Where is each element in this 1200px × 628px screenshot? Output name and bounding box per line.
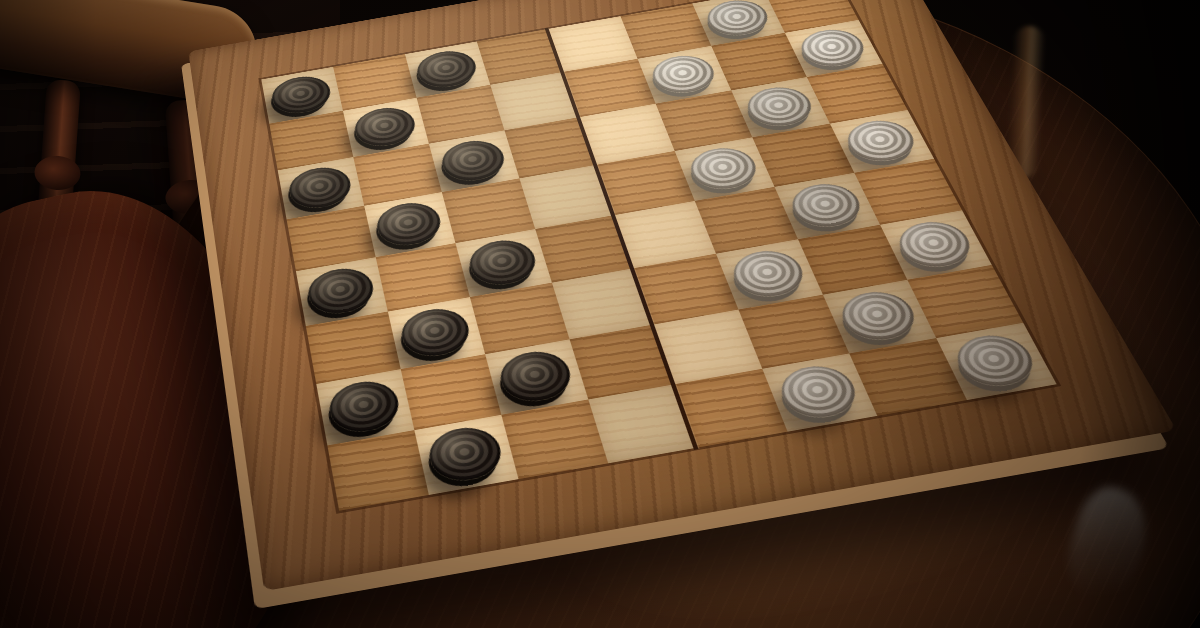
checker-dark-r3c1[interactable]: [286, 163, 354, 212]
checker-light-r2c8[interactable]: [794, 26, 871, 71]
checker-light-r6c8[interactable]: [891, 217, 979, 272]
checker-light-r7c7[interactable]: [834, 287, 924, 345]
checker-light-r4c6[interactable]: [684, 144, 763, 194]
checker-light-r4c8[interactable]: [840, 116, 922, 166]
checker-dark-r8c2[interactable]: [424, 423, 506, 486]
checker-dark-r4c2[interactable]: [373, 199, 445, 250]
checker-dark-r5c3[interactable]: [465, 236, 541, 290]
checker-dark-r1c3[interactable]: [413, 47, 480, 91]
checker-dark-r3c3[interactable]: [438, 136, 510, 185]
checker-light-r1c7[interactable]: [701, 0, 774, 40]
checker-dark-r7c1[interactable]: [326, 377, 403, 437]
square-r8c1[interactable]: [327, 430, 428, 511]
checker-dark-r7c3[interactable]: [495, 347, 576, 407]
checker-light-r2c6[interactable]: [647, 52, 721, 98]
checker-light-r3c7[interactable]: [741, 83, 819, 131]
checker-light-r5c7[interactable]: [785, 179, 868, 231]
checker-dark-r6c2[interactable]: [397, 304, 474, 361]
checker-dark-r2c2[interactable]: [351, 104, 419, 151]
checker-dark-r1c1[interactable]: [269, 72, 333, 117]
square-r8c2[interactable]: [414, 415, 518, 495]
photo-scene: [0, 0, 1200, 628]
checker-light-r8c6[interactable]: [773, 361, 864, 423]
checker-light-r6c6[interactable]: [726, 246, 810, 302]
checker-dark-r5c1[interactable]: [305, 264, 378, 318]
board-squares: [261, 0, 1056, 511]
checker-light-r8c8[interactable]: [948, 330, 1043, 391]
